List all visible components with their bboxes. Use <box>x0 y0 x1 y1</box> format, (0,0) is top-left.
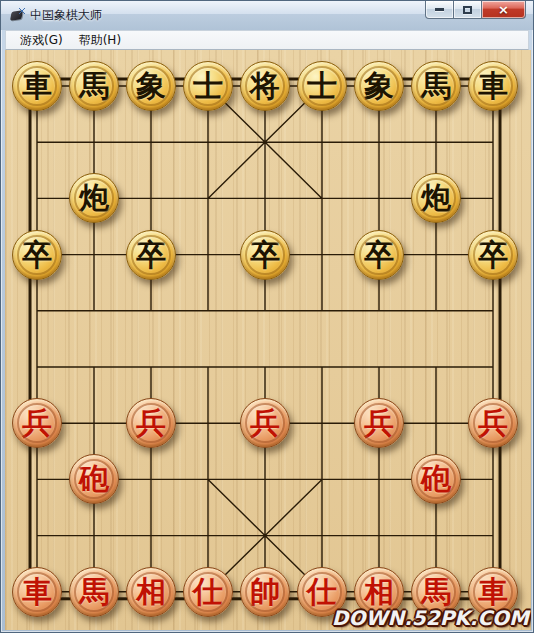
menu-bar: 游戏(G) 帮助(H) <box>5 30 529 50</box>
piece-red-r6c2[interactable]: 兵 <box>126 398 176 448</box>
close-icon: × <box>498 2 509 17</box>
piece-black-r0c8[interactable]: 車 <box>468 61 518 111</box>
piece-black-r3c6[interactable]: 卒 <box>354 230 404 280</box>
minimize-button[interactable] <box>425 1 454 19</box>
piece-red-r6c0[interactable]: 兵 <box>12 398 62 448</box>
piece-red-r9c4[interactable]: 帥 <box>240 567 290 617</box>
window-title: 中国象棋大师 <box>30 7 102 24</box>
app-icon <box>9 8 25 24</box>
minimize-icon <box>435 8 444 11</box>
piece-black-r0c4[interactable]: 将 <box>240 61 290 111</box>
maximize-icon <box>463 6 472 14</box>
piece-red-r6c6[interactable]: 兵 <box>354 398 404 448</box>
board-grid <box>5 50 531 630</box>
piece-black-r0c5[interactable]: 士 <box>297 61 347 111</box>
piece-black-r3c4[interactable]: 卒 <box>240 230 290 280</box>
menu-item-game[interactable]: 游戏(G) <box>12 30 71 51</box>
close-button[interactable]: × <box>481 1 526 19</box>
app-window: 中国象棋大师 × 游戏(G) 帮助(H) 車馬象士将士象馬車炮炮卒卒卒卒卒兵兵兵… <box>0 0 534 633</box>
piece-red-r9c2[interactable]: 相 <box>126 567 176 617</box>
piece-black-r0c1[interactable]: 馬 <box>69 61 119 111</box>
board-lines <box>37 86 493 592</box>
piece-black-r0c7[interactable]: 馬 <box>411 61 461 111</box>
piece-red-r6c4[interactable]: 兵 <box>240 398 290 448</box>
watermark: DOWN.52PK.COM <box>332 606 529 630</box>
piece-black-r3c8[interactable]: 卒 <box>468 230 518 280</box>
piece-black-r0c0[interactable]: 車 <box>12 61 62 111</box>
window-controls: × <box>425 1 526 19</box>
piece-black-r3c2[interactable]: 卒 <box>126 230 176 280</box>
piece-black-r0c6[interactable]: 象 <box>354 61 404 111</box>
piece-red-r9c3[interactable]: 仕 <box>183 567 233 617</box>
piece-black-r3c0[interactable]: 卒 <box>12 230 62 280</box>
piece-red-r6c8[interactable]: 兵 <box>468 398 518 448</box>
piece-black-r0c3[interactable]: 士 <box>183 61 233 111</box>
maximize-button[interactable] <box>454 1 481 19</box>
menu-item-help[interactable]: 帮助(H) <box>71 30 129 51</box>
xiangqi-board[interactable]: 車馬象士将士象馬車炮炮卒卒卒卒卒兵兵兵兵兵砲砲車馬相仕帥仕相馬車DOWN.52P… <box>5 50 531 630</box>
piece-black-r0c2[interactable]: 象 <box>126 61 176 111</box>
piece-red-r9c1[interactable]: 馬 <box>69 567 119 617</box>
piece-red-r9c0[interactable]: 車 <box>12 567 62 617</box>
